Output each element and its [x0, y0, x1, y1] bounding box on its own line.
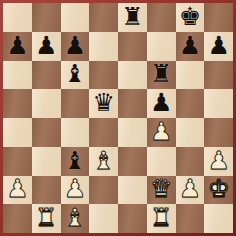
square-c3[interactable]: ♝ [61, 147, 90, 176]
square-a4[interactable] [3, 118, 32, 147]
square-a6[interactable] [3, 61, 32, 90]
square-h3[interactable]: ♟ [204, 147, 233, 176]
piece-black-pawn[interactable]: ♟ [6, 33, 28, 58]
board-frame: ♜♚♟♟♟♟♟♝♜♛♟♟♝♝♟♟♟♛♟♚♜♝♜ [0, 0, 236, 236]
piece-white-pawn[interactable]: ♟ [207, 148, 229, 173]
piece-white-rook[interactable]: ♜ [150, 205, 172, 230]
square-b8[interactable] [32, 3, 61, 32]
square-c5[interactable] [61, 89, 90, 118]
piece-black-pawn[interactable]: ♟ [179, 33, 201, 58]
piece-white-rook[interactable]: ♜ [35, 205, 57, 230]
piece-black-bishop[interactable]: ♝ [64, 61, 86, 86]
piece-white-pawn[interactable]: ♟ [150, 119, 172, 144]
square-f7[interactable] [147, 32, 176, 61]
piece-white-pawn[interactable]: ♟ [6, 176, 28, 201]
square-e7[interactable] [118, 32, 147, 61]
square-g3[interactable] [176, 147, 205, 176]
piece-black-pawn[interactable]: ♟ [35, 33, 57, 58]
square-h4[interactable] [204, 118, 233, 147]
square-e8[interactable]: ♜ [118, 3, 147, 32]
square-g7[interactable]: ♟ [176, 32, 205, 61]
piece-white-bishop[interactable]: ♝ [92, 148, 114, 173]
square-a2[interactable]: ♟ [3, 176, 32, 205]
square-d8[interactable] [89, 3, 118, 32]
square-b3[interactable] [32, 147, 61, 176]
piece-white-bishop[interactable]: ♝ [64, 205, 86, 230]
square-b2[interactable] [32, 176, 61, 205]
square-f3[interactable] [147, 147, 176, 176]
square-g6[interactable] [176, 61, 205, 90]
square-e2[interactable] [118, 176, 147, 205]
square-b7[interactable]: ♟ [32, 32, 61, 61]
square-a8[interactable] [3, 3, 32, 32]
piece-white-pawn[interactable]: ♟ [64, 176, 86, 201]
piece-black-rook[interactable]: ♜ [150, 61, 172, 86]
square-d1[interactable] [89, 204, 118, 233]
square-d7[interactable] [89, 32, 118, 61]
square-d4[interactable] [89, 118, 118, 147]
square-b6[interactable] [32, 61, 61, 90]
square-a1[interactable] [3, 204, 32, 233]
square-h8[interactable] [204, 3, 233, 32]
square-e1[interactable] [118, 204, 147, 233]
square-b5[interactable] [32, 89, 61, 118]
piece-black-pawn[interactable]: ♟ [207, 33, 229, 58]
square-h5[interactable] [204, 89, 233, 118]
square-g1[interactable] [176, 204, 205, 233]
square-a7[interactable]: ♟ [3, 32, 32, 61]
piece-white-king[interactable]: ♚ [207, 176, 229, 201]
piece-black-rook[interactable]: ♜ [121, 4, 143, 29]
square-a3[interactable] [3, 147, 32, 176]
square-e3[interactable] [118, 147, 147, 176]
square-g4[interactable] [176, 118, 205, 147]
square-f1[interactable]: ♜ [147, 204, 176, 233]
chess-board: ♜♚♟♟♟♟♟♝♜♛♟♟♝♝♟♟♟♛♟♚♜♝♜ [3, 3, 233, 233]
piece-black-bishop[interactable]: ♝ [64, 148, 86, 173]
square-d2[interactable] [89, 176, 118, 205]
square-d3[interactable]: ♝ [89, 147, 118, 176]
square-d6[interactable] [89, 61, 118, 90]
square-f6[interactable]: ♜ [147, 61, 176, 90]
square-d5[interactable]: ♛ [89, 89, 118, 118]
square-c1[interactable]: ♝ [61, 204, 90, 233]
square-c8[interactable] [61, 3, 90, 32]
square-g8[interactable]: ♚ [176, 3, 205, 32]
square-f5[interactable]: ♟ [147, 89, 176, 118]
square-f8[interactable] [147, 3, 176, 32]
piece-white-queen[interactable]: ♛ [150, 176, 172, 201]
square-h1[interactable] [204, 204, 233, 233]
square-c7[interactable]: ♟ [61, 32, 90, 61]
piece-black-pawn[interactable]: ♟ [150, 90, 172, 115]
square-g5[interactable] [176, 89, 205, 118]
square-h7[interactable]: ♟ [204, 32, 233, 61]
square-b4[interactable] [32, 118, 61, 147]
square-b1[interactable]: ♜ [32, 204, 61, 233]
square-h6[interactable] [204, 61, 233, 90]
square-e6[interactable] [118, 61, 147, 90]
piece-black-pawn[interactable]: ♟ [64, 33, 86, 58]
square-f4[interactable]: ♟ [147, 118, 176, 147]
square-e5[interactable] [118, 89, 147, 118]
square-g2[interactable]: ♟ [176, 176, 205, 205]
square-c4[interactable] [61, 118, 90, 147]
square-c6[interactable]: ♝ [61, 61, 90, 90]
piece-white-pawn[interactable]: ♟ [179, 176, 201, 201]
piece-black-queen[interactable]: ♛ [92, 90, 114, 115]
square-c2[interactable]: ♟ [61, 176, 90, 205]
square-a5[interactable] [3, 89, 32, 118]
square-h2[interactable]: ♚ [204, 176, 233, 205]
piece-black-king[interactable]: ♚ [179, 4, 201, 29]
square-f2[interactable]: ♛ [147, 176, 176, 205]
square-e4[interactable] [118, 118, 147, 147]
